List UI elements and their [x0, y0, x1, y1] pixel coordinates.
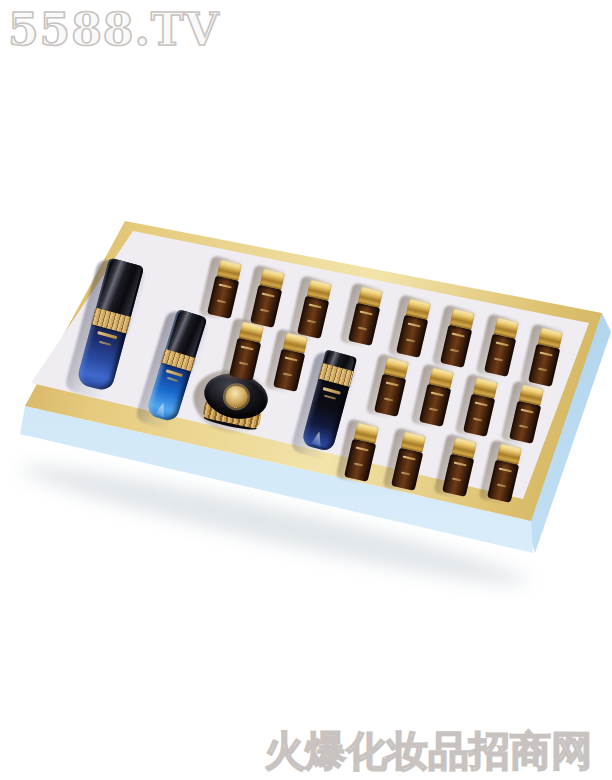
vial-7 — [484, 317, 520, 377]
watermark-caption: 火爆化妆品招商网 — [264, 724, 592, 779]
vial-1 — [207, 259, 243, 319]
vial-10 — [273, 332, 309, 392]
vial-9 — [229, 321, 265, 381]
vial-16 — [391, 431, 427, 491]
vial-14 — [509, 384, 545, 444]
box-contents — [0, 0, 612, 780]
vial-15 — [344, 422, 380, 482]
bottle-tall — [76, 258, 144, 393]
vial-6 — [440, 308, 476, 368]
vial-18 — [487, 443, 523, 503]
vial-4 — [348, 286, 384, 346]
page: { "watermarks": { "top": "5588.TV", "bot… — [0, 0, 612, 780]
vial-3 — [297, 279, 333, 339]
vial-8 — [528, 327, 564, 387]
vial-13 — [463, 377, 499, 437]
vial-2 — [250, 268, 286, 328]
vial-17 — [442, 437, 478, 497]
vial-12 — [419, 367, 455, 427]
vial-5 — [396, 298, 432, 358]
vial-11 — [374, 357, 410, 417]
